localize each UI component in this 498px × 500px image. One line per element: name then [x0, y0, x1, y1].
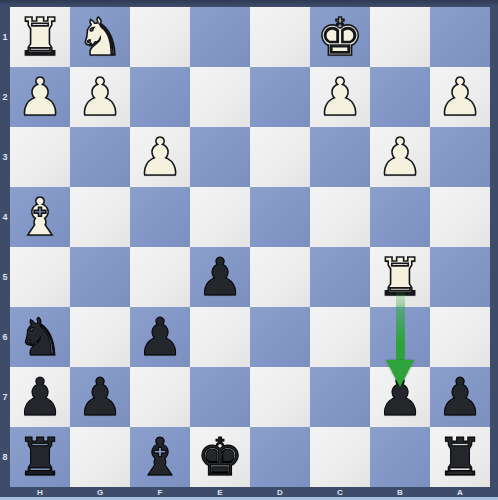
square-f3[interactable]: ♟ [130, 127, 190, 187]
black-pawn[interactable]: ♟ [430, 367, 490, 427]
file-label-b: B [370, 487, 430, 497]
square-h2[interactable]: ♟ [10, 67, 70, 127]
rank-label-3: 3 [0, 127, 10, 187]
board: ♜♞♚♟♟♟♟♟♟♝♟♜♞♟♟♟♟♟♜♝♚♜ [10, 7, 490, 487]
rank-label-2: 2 [0, 67, 10, 127]
file-label-d: D [250, 487, 310, 497]
square-c6[interactable] [310, 307, 370, 367]
square-e2[interactable] [190, 67, 250, 127]
square-b3[interactable]: ♟ [370, 127, 430, 187]
square-g1[interactable]: ♞ [70, 7, 130, 67]
rank-label-7: 7 [0, 367, 10, 427]
square-h1[interactable]: ♜ [10, 7, 70, 67]
square-c1[interactable]: ♚ [310, 7, 370, 67]
square-g3[interactable] [70, 127, 130, 187]
rank-label-6: 6 [0, 307, 10, 367]
square-f6[interactable]: ♟ [130, 307, 190, 367]
rank-label-4: 4 [0, 187, 10, 247]
rank-labels: 12345678 [0, 7, 10, 487]
square-f5[interactable] [130, 247, 190, 307]
square-d4[interactable] [250, 187, 310, 247]
square-e3[interactable] [190, 127, 250, 187]
square-d6[interactable] [250, 307, 310, 367]
square-a7[interactable]: ♟ [430, 367, 490, 427]
square-d7[interactable] [250, 367, 310, 427]
square-f7[interactable] [130, 367, 190, 427]
square-c7[interactable] [310, 367, 370, 427]
square-f2[interactable] [130, 67, 190, 127]
square-b8[interactable] [370, 427, 430, 487]
black-rook[interactable]: ♜ [430, 427, 490, 487]
square-e7[interactable] [190, 367, 250, 427]
square-g4[interactable] [70, 187, 130, 247]
square-e8[interactable]: ♚ [190, 427, 250, 487]
square-h8[interactable]: ♜ [10, 427, 70, 487]
square-d3[interactable] [250, 127, 310, 187]
square-h5[interactable] [10, 247, 70, 307]
square-a8[interactable]: ♜ [430, 427, 490, 487]
black-bishop[interactable]: ♝ [130, 427, 190, 487]
square-a6[interactable] [430, 307, 490, 367]
square-b6[interactable] [370, 307, 430, 367]
white-pawn[interactable]: ♟ [370, 127, 430, 187]
black-king[interactable]: ♚ [190, 427, 250, 487]
file-label-g: G [70, 487, 130, 497]
black-pawn[interactable]: ♟ [70, 367, 130, 427]
square-a5[interactable] [430, 247, 490, 307]
black-pawn[interactable]: ♟ [190, 247, 250, 307]
white-king[interactable]: ♚ [310, 7, 370, 67]
square-g2[interactable]: ♟ [70, 67, 130, 127]
square-h3[interactable] [10, 127, 70, 187]
black-rook[interactable]: ♜ [10, 427, 70, 487]
black-knight[interactable]: ♞ [10, 307, 70, 367]
black-pawn[interactable]: ♟ [370, 367, 430, 427]
square-d1[interactable] [250, 7, 310, 67]
square-g6[interactable] [70, 307, 130, 367]
square-h7[interactable]: ♟ [10, 367, 70, 427]
chess-board-screenshot: ♜♞♚♟♟♟♟♟♟♝♟♜♞♟♟♟♟♟♜♝♚♜ 12345678 HGFEDCBA [0, 0, 498, 500]
file-label-e: E [190, 487, 250, 497]
square-d2[interactable] [250, 67, 310, 127]
square-c8[interactable] [310, 427, 370, 487]
white-pawn[interactable]: ♟ [310, 67, 370, 127]
white-pawn[interactable]: ♟ [430, 67, 490, 127]
square-e1[interactable] [190, 7, 250, 67]
file-label-a: A [430, 487, 490, 497]
file-label-h: H [10, 487, 70, 497]
square-f4[interactable] [130, 187, 190, 247]
white-pawn[interactable]: ♟ [10, 67, 70, 127]
rank-label-5: 5 [0, 247, 10, 307]
square-b5[interactable]: ♜ [370, 247, 430, 307]
square-b2[interactable] [370, 67, 430, 127]
white-bishop[interactable]: ♝ [10, 187, 70, 247]
white-rook[interactable]: ♜ [370, 247, 430, 307]
white-rook[interactable]: ♜ [10, 7, 70, 67]
square-a3[interactable] [430, 127, 490, 187]
square-c4[interactable] [310, 187, 370, 247]
square-g5[interactable] [70, 247, 130, 307]
square-e6[interactable] [190, 307, 250, 367]
square-e4[interactable] [190, 187, 250, 247]
white-pawn[interactable]: ♟ [130, 127, 190, 187]
rank-label-8: 8 [0, 427, 10, 487]
square-d8[interactable] [250, 427, 310, 487]
square-a1[interactable] [430, 7, 490, 67]
white-pawn[interactable]: ♟ [70, 67, 130, 127]
square-h4[interactable]: ♝ [10, 187, 70, 247]
square-a2[interactable]: ♟ [430, 67, 490, 127]
square-f1[interactable] [130, 7, 190, 67]
white-knight[interactable]: ♞ [70, 7, 130, 67]
square-c2[interactable]: ♟ [310, 67, 370, 127]
file-label-c: C [310, 487, 370, 497]
square-g8[interactable] [70, 427, 130, 487]
black-pawn[interactable]: ♟ [130, 307, 190, 367]
square-b7[interactable]: ♟ [370, 367, 430, 427]
square-f8[interactable]: ♝ [130, 427, 190, 487]
rank-label-1: 1 [0, 7, 10, 67]
square-b1[interactable] [370, 7, 430, 67]
square-c5[interactable] [310, 247, 370, 307]
square-h6[interactable]: ♞ [10, 307, 70, 367]
square-a4[interactable] [430, 187, 490, 247]
square-d5[interactable] [250, 247, 310, 307]
file-label-f: F [130, 487, 190, 497]
square-b4[interactable] [370, 187, 430, 247]
file-labels: HGFEDCBA [10, 487, 490, 497]
square-g7[interactable]: ♟ [70, 367, 130, 427]
square-e5[interactable]: ♟ [190, 247, 250, 307]
black-pawn[interactable]: ♟ [10, 367, 70, 427]
square-c3[interactable] [310, 127, 370, 187]
